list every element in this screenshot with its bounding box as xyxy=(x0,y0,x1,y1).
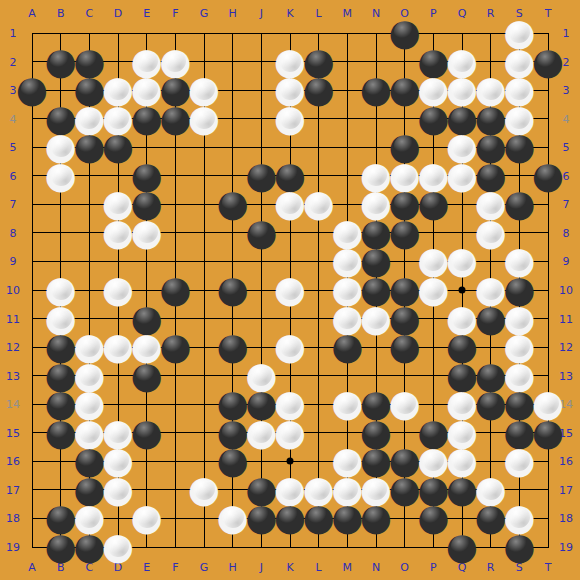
row-label-right-18: 18 xyxy=(559,513,573,524)
stone-black-L18[interactable]: ● xyxy=(305,504,333,532)
row-label-left-2: 2 xyxy=(10,56,17,67)
stone-white-D10[interactable]: ● xyxy=(104,276,132,304)
stone-black-N18[interactable]: ● xyxy=(362,504,390,532)
col-label-bottom-T: T xyxy=(545,562,552,573)
stone-white-E8[interactable]: ● xyxy=(133,219,161,247)
row-label-left-13: 13 xyxy=(6,370,20,381)
col-label-bottom-L: L xyxy=(316,562,322,573)
col-label-top-F: F xyxy=(172,8,178,19)
row-label-left-10: 10 xyxy=(6,285,20,296)
stone-black-T15[interactable]: ● xyxy=(534,419,562,447)
row-label-left-18: 18 xyxy=(6,513,20,524)
row-label-right-11: 11 xyxy=(559,313,573,324)
stone-white-J15[interactable]: ● xyxy=(247,419,275,447)
stone-black-O3[interactable]: ● xyxy=(391,76,419,104)
stone-black-B15[interactable]: ● xyxy=(47,419,75,447)
grid-hline-1 xyxy=(32,33,549,34)
goban[interactable]: AA11BB22CC33DD44EE55FF66GG77HH88JJ99KK10… xyxy=(0,0,580,580)
row-label-right-7: 7 xyxy=(563,199,570,210)
stone-white-Q9[interactable]: ● xyxy=(448,247,476,275)
row-label-left-4: 4 xyxy=(10,113,17,124)
stone-white-L7[interactable]: ● xyxy=(305,190,333,218)
grid-vline-T xyxy=(548,33,549,548)
col-label-bottom-E: E xyxy=(143,562,150,573)
col-label-top-A: A xyxy=(28,8,36,19)
stone-black-R11[interactable]: ● xyxy=(477,305,505,333)
stone-white-K10[interactable]: ● xyxy=(276,276,304,304)
stone-black-C19[interactable]: ● xyxy=(75,533,103,561)
row-label-right-12: 12 xyxy=(559,342,573,353)
col-label-bottom-A: A xyxy=(28,562,36,573)
col-label-bottom-P: P xyxy=(430,562,437,573)
stone-black-B2[interactable]: ● xyxy=(47,48,75,76)
col-label-bottom-F: F xyxy=(172,562,178,573)
row-label-left-11: 11 xyxy=(6,313,20,324)
stone-black-O8[interactable]: ● xyxy=(391,219,419,247)
row-label-right-5: 5 xyxy=(563,142,570,153)
stone-black-B19[interactable]: ● xyxy=(47,533,75,561)
row-label-left-1: 1 xyxy=(10,28,17,39)
stone-black-J18[interactable]: ● xyxy=(247,504,275,532)
stone-white-H18[interactable]: ● xyxy=(219,504,247,532)
stone-white-P10[interactable]: ● xyxy=(419,276,447,304)
col-label-top-M: M xyxy=(343,8,353,19)
stone-black-H12[interactable]: ● xyxy=(219,333,247,361)
stone-black-O1[interactable]: ● xyxy=(391,19,419,47)
row-label-left-15: 15 xyxy=(6,427,20,438)
row-label-right-16: 16 xyxy=(559,456,573,467)
row-label-left-12: 12 xyxy=(6,342,20,353)
col-label-bottom-O: O xyxy=(400,562,409,573)
stone-black-D5[interactable]: ● xyxy=(104,133,132,161)
stone-white-O14[interactable]: ● xyxy=(391,390,419,418)
col-label-top-C: C xyxy=(85,8,93,19)
col-label-top-K: K xyxy=(286,8,293,19)
stone-black-E15[interactable]: ● xyxy=(133,419,161,447)
stone-white-D8[interactable]: ● xyxy=(104,219,132,247)
col-label-top-Q: Q xyxy=(458,8,467,19)
stone-white-K7[interactable]: ● xyxy=(276,190,304,218)
stone-black-P4[interactable]: ● xyxy=(419,105,447,133)
col-label-bottom-J: J xyxy=(260,562,263,573)
row-label-right-1: 1 xyxy=(563,28,570,39)
stone-white-E18[interactable]: ● xyxy=(133,504,161,532)
col-label-top-N: N xyxy=(372,8,380,19)
stone-black-H16[interactable]: ● xyxy=(219,447,247,475)
stone-white-Q6[interactable]: ● xyxy=(448,162,476,190)
stone-black-O17[interactable]: ● xyxy=(391,476,419,504)
stone-black-T6[interactable]: ● xyxy=(534,162,562,190)
hoshi-K16 xyxy=(287,458,294,465)
stone-black-E13[interactable]: ● xyxy=(133,362,161,390)
col-label-bottom-G: G xyxy=(200,562,209,573)
stone-white-R8[interactable]: ● xyxy=(477,219,505,247)
stone-white-G4[interactable]: ● xyxy=(190,105,218,133)
col-label-top-B: B xyxy=(57,8,65,19)
stone-black-A3[interactable]: ● xyxy=(18,76,46,104)
col-label-bottom-K: K xyxy=(286,562,293,573)
col-label-top-T: T xyxy=(545,8,552,19)
stone-black-M12[interactable]: ● xyxy=(333,333,361,361)
stone-black-F12[interactable]: ● xyxy=(161,333,189,361)
row-label-right-19: 19 xyxy=(559,542,573,553)
stone-white-D19[interactable]: ● xyxy=(104,533,132,561)
col-label-top-R: R xyxy=(487,8,495,19)
row-label-right-8: 8 xyxy=(563,227,570,238)
stone-black-F10[interactable]: ● xyxy=(161,276,189,304)
stone-black-K18[interactable]: ● xyxy=(276,504,304,532)
stone-white-K4[interactable]: ● xyxy=(276,105,304,133)
stone-white-N11[interactable]: ● xyxy=(362,305,390,333)
stone-white-D12[interactable]: ● xyxy=(104,333,132,361)
col-label-bottom-R: R xyxy=(487,562,495,573)
stone-white-S16[interactable]: ● xyxy=(505,447,533,475)
col-label-top-G: G xyxy=(200,8,209,19)
stone-black-J6[interactable]: ● xyxy=(247,162,275,190)
col-label-top-H: H xyxy=(229,8,237,19)
row-label-left-5: 5 xyxy=(10,142,17,153)
row-label-right-4: 4 xyxy=(563,113,570,124)
col-label-top-D: D xyxy=(114,8,122,19)
col-label-top-P: P xyxy=(430,8,437,19)
stone-black-N3[interactable]: ● xyxy=(362,76,390,104)
stone-white-G17[interactable]: ● xyxy=(190,476,218,504)
stone-black-O12[interactable]: ● xyxy=(391,333,419,361)
col-label-top-J: J xyxy=(260,8,263,19)
row-label-left-17: 17 xyxy=(6,484,20,495)
stone-black-S19[interactable]: ● xyxy=(505,533,533,561)
col-label-top-L: L xyxy=(316,8,322,19)
stone-white-K12[interactable]: ● xyxy=(276,333,304,361)
row-label-right-17: 17 xyxy=(559,484,573,495)
stone-black-H7[interactable]: ● xyxy=(219,190,247,218)
row-label-left-16: 16 xyxy=(6,456,20,467)
col-label-bottom-H: H xyxy=(229,562,237,573)
stone-black-R18[interactable]: ● xyxy=(477,504,505,532)
row-label-left-6: 6 xyxy=(10,170,17,181)
stone-black-E4[interactable]: ● xyxy=(133,105,161,133)
col-label-top-E: E xyxy=(143,8,150,19)
stone-black-R14[interactable]: ● xyxy=(477,390,505,418)
row-label-right-13: 13 xyxy=(559,370,573,381)
row-label-right-10: 10 xyxy=(559,285,573,296)
stone-black-J8[interactable]: ● xyxy=(247,219,275,247)
stone-black-F4[interactable]: ● xyxy=(161,105,189,133)
stone-white-D17[interactable]: ● xyxy=(104,476,132,504)
stone-white-B6[interactable]: ● xyxy=(47,162,75,190)
stone-white-M14[interactable]: ● xyxy=(333,390,361,418)
hoshi-Q10 xyxy=(459,287,466,294)
row-label-right-9: 9 xyxy=(563,256,570,267)
row-label-left-7: 7 xyxy=(10,199,17,210)
stone-black-Q17[interactable]: ● xyxy=(448,476,476,504)
stone-black-L3[interactable]: ● xyxy=(305,76,333,104)
row-label-left-9: 9 xyxy=(10,256,17,267)
col-label-bottom-M: M xyxy=(343,562,353,573)
stone-black-P18[interactable]: ● xyxy=(419,504,447,532)
stone-white-K15[interactable]: ● xyxy=(276,419,304,447)
row-label-left-19: 19 xyxy=(6,542,20,553)
stone-black-H10[interactable]: ● xyxy=(219,276,247,304)
col-label-bottom-N: N xyxy=(372,562,380,573)
stone-black-P7[interactable]: ● xyxy=(419,190,447,218)
stone-black-M18[interactable]: ● xyxy=(333,504,361,532)
row-label-left-14: 14 xyxy=(6,399,20,410)
stone-black-S5[interactable]: ● xyxy=(505,133,533,161)
stone-black-T2[interactable]: ● xyxy=(534,48,562,76)
stone-black-C5[interactable]: ● xyxy=(75,133,103,161)
row-label-left-8: 8 xyxy=(10,227,17,238)
stone-black-Q19[interactable]: ● xyxy=(448,533,476,561)
row-label-right-3: 3 xyxy=(563,85,570,96)
stone-black-S7[interactable]: ● xyxy=(505,190,533,218)
